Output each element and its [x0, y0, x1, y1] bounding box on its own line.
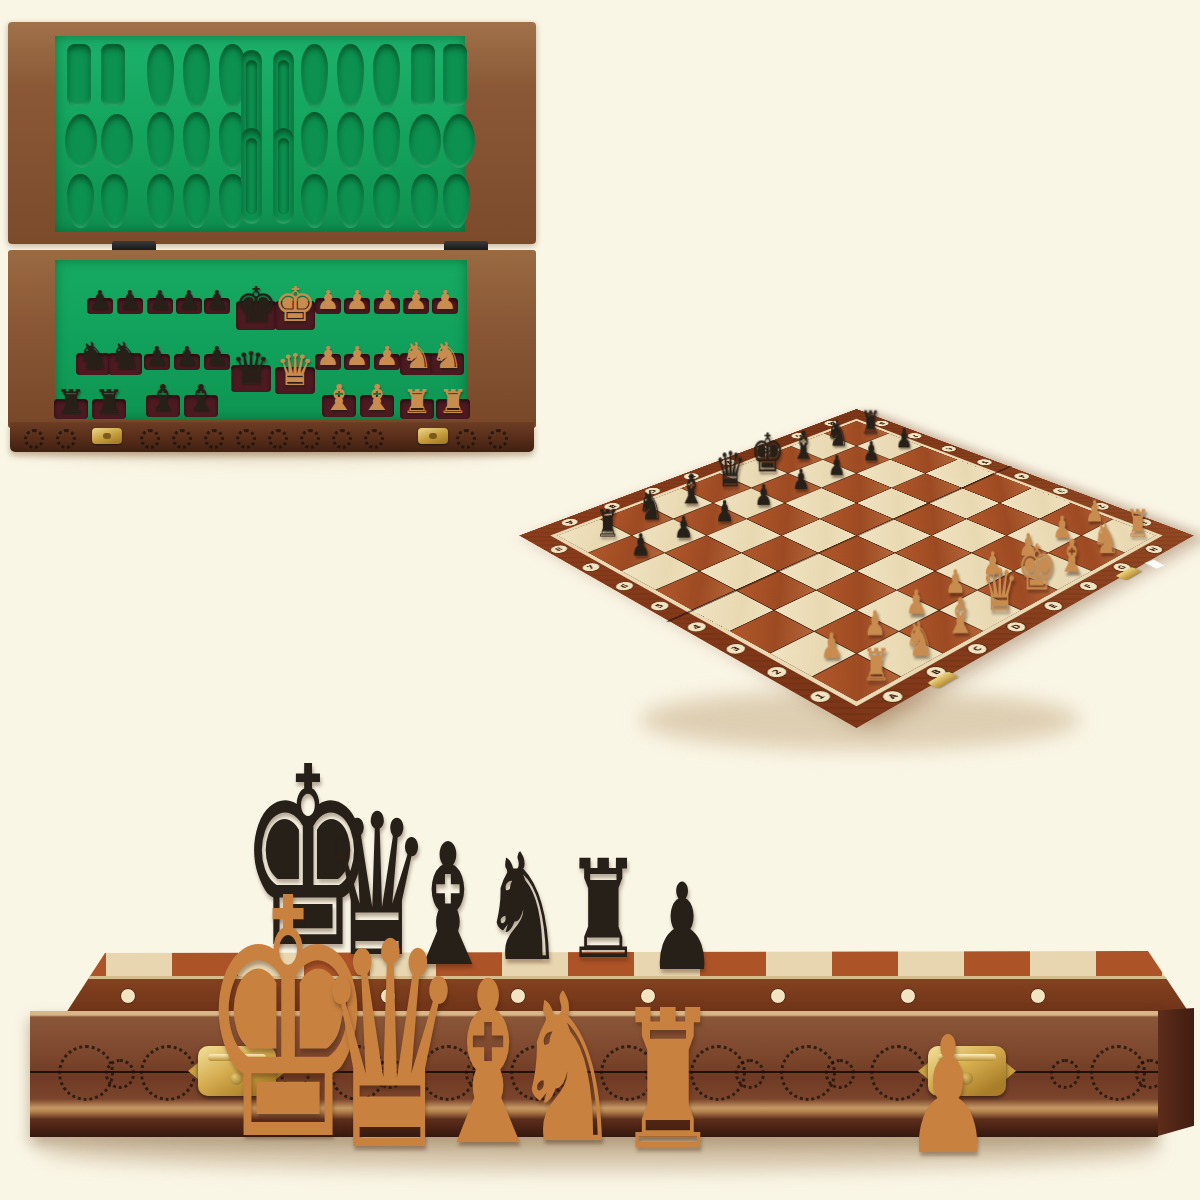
border-medallion-icon — [770, 988, 786, 1004]
lid-piece-slot — [373, 112, 400, 170]
black-pawn-piece: ♟ — [665, 513, 703, 543]
tray-white-pawn: ♟ — [433, 287, 456, 313]
lid-piece-slot — [183, 112, 210, 170]
spiral-engraving-icon — [140, 429, 160, 449]
brass-clasp-icon — [92, 428, 122, 444]
spiral-engraving-icon — [236, 429, 256, 449]
black-king-piece: ♚ — [750, 426, 785, 480]
lid-piece-slot — [301, 174, 328, 228]
white-rook-display: ♜ — [616, 985, 719, 1177]
coordinate-label-H: H — [1141, 543, 1167, 555]
spiral-engraving-icon — [204, 429, 224, 449]
lid-piece-slot — [183, 174, 210, 228]
product-photo-composite: ♟♟♟♟♟♚♚♟♟♟♟♟♞♞♟♟♟♛♛♟♟♟♞♞♜♜♝♝♝♝♜♜ ABCDEFG… — [0, 0, 1200, 1200]
black-pawn-piece: ♟ — [621, 530, 660, 561]
white-pawn-piece: ♟ — [854, 607, 897, 641]
lid-piece-slot — [409, 114, 441, 168]
spiral-engraving-icon — [172, 429, 192, 449]
white-knight-display: ♞ — [512, 967, 622, 1172]
tray-white-pawn: ♟ — [345, 343, 368, 369]
tray-black-king: ♚ — [234, 280, 277, 328]
tray-white-queen: ♛ — [275, 348, 314, 392]
tray-black-pawn: ♟ — [118, 287, 141, 313]
tray-white-king: ♚ — [273, 280, 316, 328]
lid-piece-slot — [147, 112, 174, 170]
open-box-front-face — [10, 422, 534, 452]
white-king-piece: ♚ — [1017, 536, 1058, 599]
spiral-engraving-icon — [488, 429, 508, 449]
tray-black-rook: ♜ — [94, 385, 124, 418]
tray-white-rook: ♜ — [438, 385, 468, 418]
lid-piece-slot — [183, 44, 210, 108]
white-bishop-piece: ♝ — [939, 592, 982, 641]
black-queen-piece: ♛ — [713, 445, 748, 494]
lid-piece-slot — [67, 44, 91, 106]
tray-white-pawn: ♟ — [375, 343, 398, 369]
tray-white-pawn: ♟ — [316, 287, 339, 313]
lid-piece-slot — [101, 174, 128, 228]
black-pawn-piece: ♟ — [706, 496, 743, 526]
border-medallion-icon — [1030, 988, 1046, 1004]
tray-white-pawn: ♟ — [345, 287, 368, 313]
lid-piece-slot — [373, 44, 400, 108]
black-pawn-piece: ♟ — [783, 466, 818, 494]
tray-black-bishop: ♝ — [147, 380, 179, 416]
lid-piece-slot — [241, 128, 262, 224]
lid-felt-interior — [55, 36, 465, 232]
lid-piece-slot — [337, 174, 364, 228]
tray-black-rook: ♜ — [56, 385, 86, 418]
lid-piece-slot — [147, 174, 174, 228]
white-pawn-display: ♟ — [904, 1015, 991, 1177]
spiral-engraving-icon — [24, 429, 44, 449]
spiral-engraving-icon — [825, 1059, 855, 1089]
lid-piece-slot — [67, 174, 94, 228]
tray-black-pawn: ♟ — [88, 287, 111, 313]
tray-felt-interior: ♟♟♟♟♟♚♚♟♟♟♟♟♞♞♟♟♟♛♛♟♟♟♞♞♜♜♝♝♝♝♜♜ — [55, 260, 467, 420]
lid-piece-slot — [65, 114, 97, 168]
spiral-engraving-icon — [735, 1059, 765, 1089]
tray-white-pawn: ♟ — [316, 343, 339, 369]
white-queen-piece: ♛ — [979, 561, 1021, 619]
spiral-engraving-icon — [300, 429, 320, 449]
lid-piece-slot — [301, 44, 328, 108]
lid-piece-slot — [101, 114, 133, 168]
white-rook-piece: ♜ — [854, 643, 899, 688]
board-squares: ♜♞♝♛♚♝♞♜♟♟♟♟♟♟♟♟♟♟♟♟♟♟♟♟♜♞♝♛♚♝♞♜ — [557, 421, 1155, 701]
open-box-photo: ♟♟♟♟♟♚♚♟♟♟♟♟♞♞♟♟♟♛♛♟♟♟♞♞♜♜♝♝♝♝♜♜ — [8, 22, 536, 456]
tray-black-pawn: ♟ — [145, 343, 168, 369]
closed-box-end-face — [1158, 1008, 1194, 1136]
box-lid — [8, 22, 536, 244]
white-knight-piece: ♞ — [1086, 518, 1125, 560]
black-bishop-piece: ♝ — [786, 426, 820, 465]
coordinate-label-A: A — [558, 517, 583, 528]
black-pawn-piece: ♟ — [820, 452, 855, 480]
spiral-engraving-icon — [140, 1045, 196, 1101]
white-bishop-piece: ♝ — [1052, 534, 1092, 580]
spiral-engraving-icon — [105, 1059, 135, 1089]
price-tag — [1144, 559, 1166, 569]
tray-white-bishop: ♝ — [361, 380, 393, 416]
spiral-engraving-icon — [56, 429, 76, 449]
tray-white-knight: ♞ — [431, 338, 463, 374]
spiral-engraving-icon — [1050, 1059, 1080, 1089]
playing-field-frame: ♜♞♝♛♚♝♞♜♟♟♟♟♟♟♟♟♟♟♟♟♟♟♟♟♜♞♝♛♚♝♞♜ — [550, 419, 1162, 706]
spiral-engraving-icon — [364, 429, 384, 449]
chess-board: ABCDEFGH ABCDEFGH 87654321 87654321 ♜♞♝♛… — [519, 409, 1194, 728]
tray-black-pawn: ♟ — [148, 287, 171, 313]
lid-piece-slot — [411, 44, 435, 106]
lid-piece-slot — [273, 128, 294, 224]
angled-board-photo: ABCDEFGH ABCDEFGH 87654321 87654321 ♜♞♝♛… — [618, 297, 1095, 774]
tray-white-bishop: ♝ — [323, 380, 355, 416]
tray-white-pawn: ♟ — [375, 287, 398, 313]
tray-black-pawn: ♟ — [205, 287, 228, 313]
white-knight-piece: ♞ — [898, 615, 942, 663]
lid-piece-slot — [101, 44, 125, 106]
brass-clasp-icon — [418, 428, 448, 444]
lid-piece-slot — [373, 174, 400, 228]
tray-black-knight: ♞ — [77, 338, 109, 374]
tray-black-knight: ♞ — [109, 338, 141, 374]
lid-piece-slot — [443, 114, 475, 168]
lid-piece-slot — [443, 174, 470, 228]
tray-white-knight: ♞ — [401, 338, 433, 374]
closed-box-photo: ♚♛♝♞♜♟♚♛♝♞♜♟ — [0, 740, 1200, 1200]
box-storage-tray: ♟♟♟♟♟♚♚♟♟♟♟♟♞♞♟♟♟♛♛♟♟♟♞♞♜♜♝♝♝♝♜♜ — [8, 250, 536, 428]
lid-piece-slot — [443, 44, 467, 106]
lid-piece-slot — [411, 174, 438, 228]
lid-piece-slot — [337, 44, 364, 108]
white-pawn-piece: ♟ — [810, 628, 854, 663]
tray-black-pawn: ♟ — [175, 343, 198, 369]
black-pawn-piece: ♟ — [746, 481, 782, 510]
spiral-engraving-icon — [456, 429, 476, 449]
tray-black-bishop: ♝ — [185, 380, 217, 416]
black-pawn-piece: ♟ — [854, 438, 888, 465]
tray-black-queen: ♛ — [231, 346, 270, 390]
lid-piece-slot — [337, 112, 364, 170]
tray-white-pawn: ♟ — [404, 287, 427, 313]
border-medallion-icon — [120, 988, 136, 1004]
lid-piece-slot — [147, 44, 174, 108]
tray-white-rook: ♜ — [402, 385, 432, 418]
spiral-engraving-icon — [268, 429, 288, 449]
spiral-engraving-icon — [332, 429, 352, 449]
tray-black-pawn: ♟ — [177, 287, 200, 313]
lid-piece-slot — [301, 112, 328, 170]
tray-black-pawn: ♟ — [205, 343, 228, 369]
